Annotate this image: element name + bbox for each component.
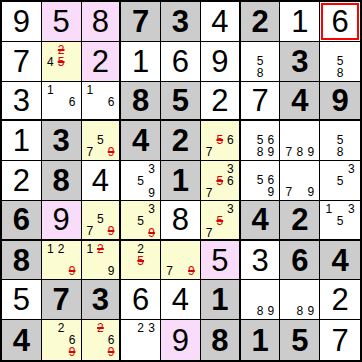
- pencil-mark-grid: 79: [280, 161, 319, 200]
- cell-r5c4[interactable]: 359: [121, 161, 161, 201]
- cell-r4c8[interactable]: 789: [280, 121, 320, 161]
- empty-candidate-slot: [346, 44, 357, 55]
- eliminated-candidate-9: 9: [106, 225, 117, 237]
- given-digit: 3: [291, 46, 308, 77]
- empty-candidate-slot: [67, 243, 78, 255]
- cell-r9c4[interactable]: 23: [121, 320, 161, 360]
- empty-candidate-slot: [56, 334, 67, 346]
- candidate-2: 2: [56, 322, 67, 334]
- empty-candidate-slot: [175, 265, 186, 277]
- solved-digit: 2: [92, 46, 109, 77]
- empty-candidate-slot: [244, 134, 255, 146]
- empty-candidate-slot: [255, 44, 266, 55]
- empty-candidate-slot: [56, 255, 67, 266]
- cell-r1c4[interactable]: 7: [121, 2, 161, 42]
- candidate-3: 3: [346, 163, 357, 175]
- cell-r2c3[interactable]: 2: [82, 42, 122, 82]
- pencil-mark-grid: 135: [320, 201, 360, 239]
- solved-digit: 6: [132, 284, 149, 315]
- eliminated-candidate-9: 9: [146, 227, 157, 239]
- candidate-8: 8: [255, 67, 266, 79]
- given-digit: 5: [291, 325, 308, 356]
- empty-candidate-slot: [294, 174, 305, 185]
- pencil-mark-grid: 79: [161, 241, 200, 280]
- empty-candidate-slot: [95, 108, 106, 118]
- cell-r3c9[interactable]: 9: [320, 82, 360, 122]
- cell-r6c3[interactable]: 579: [82, 201, 122, 241]
- empty-candidate-slot: [45, 96, 56, 108]
- candidate-2: 2: [135, 322, 146, 334]
- solved-digit: 5: [13, 284, 30, 315]
- empty-candidate-slot: [283, 305, 294, 317]
- candidate-1: 1: [45, 84, 56, 96]
- empty-candidate-slot: [85, 108, 96, 118]
- solved-digit: 5: [53, 6, 70, 37]
- cell-r1c3[interactable]: 8: [82, 2, 122, 42]
- empty-candidate-slot: [244, 294, 255, 305]
- cell-r7c8[interactable]: 6: [280, 241, 320, 281]
- candidate-8: 8: [334, 146, 345, 158]
- solved-digit: 2: [211, 85, 228, 116]
- solved-digit: 1: [291, 6, 308, 37]
- pencil-mark-grid: 58: [241, 42, 280, 81]
- cell-r4c2[interactable]: 3: [42, 121, 82, 161]
- pencil-mark-grid: 129: [82, 241, 120, 280]
- cell-r3c8[interactable]: 4: [280, 82, 320, 122]
- cell-r2c6[interactable]: 9: [201, 42, 241, 82]
- cell-r4c6[interactable]: 567: [201, 121, 241, 161]
- empty-candidate-slot: [124, 243, 135, 255]
- candidate-3: 3: [146, 322, 157, 334]
- pencil-mark-grid: 245: [42, 42, 81, 81]
- solved-digit: 5: [211, 245, 228, 276]
- empty-candidate-slot: [346, 67, 357, 79]
- empty-candidate-slot: [106, 108, 117, 118]
- empty-candidate-slot: [294, 163, 305, 174]
- cell-r3c2[interactable]: 16: [42, 82, 82, 122]
- eliminated-candidate-2: 2: [95, 322, 106, 334]
- given-digit: 8: [132, 85, 149, 116]
- cell-r4c4[interactable]: 4: [121, 121, 161, 161]
- cell-r9c3[interactable]: 269: [82, 320, 122, 360]
- candidate-7: 7: [164, 265, 175, 277]
- candidate-7: 7: [204, 187, 215, 199]
- empty-candidate-slot: [334, 227, 345, 237]
- empty-candidate-slot: [56, 108, 67, 118]
- empty-candidate-slot: [85, 322, 96, 334]
- empty-candidate-slot: [305, 163, 316, 174]
- empty-candidate-slot: [244, 123, 255, 134]
- candidate-6: 6: [225, 175, 236, 187]
- empty-candidate-slot: [146, 267, 157, 278]
- pencil-mark-grid: 25: [121, 241, 160, 280]
- pencil-mark-grid: 89: [241, 280, 280, 319]
- empty-candidate-slot: [124, 346, 135, 358]
- given-digit: 8: [13, 245, 30, 276]
- cell-r1c2[interactable]: 5: [42, 2, 82, 42]
- empty-candidate-slot: [95, 225, 106, 237]
- cell-r8c5[interactable]: 4: [161, 280, 201, 320]
- empty-candidate-slot: [85, 346, 96, 358]
- cell-r7c9[interactable]: 4: [320, 241, 360, 281]
- given-digit: 1: [211, 284, 228, 315]
- empty-candidate-slot: [85, 334, 96, 346]
- given-digit: 4: [251, 204, 268, 235]
- candidate-8: 8: [255, 146, 266, 158]
- candidate-9: 9: [266, 305, 277, 317]
- solved-digit: 4: [211, 6, 228, 37]
- candidate-9: 9: [305, 146, 316, 158]
- eliminated-candidate-5: 5: [135, 255, 146, 267]
- empty-candidate-slot: [305, 282, 316, 293]
- cell-r6c6[interactable]: 357: [201, 201, 241, 241]
- solved-digit: 7: [331, 325, 348, 356]
- empty-candidate-slot: [146, 243, 157, 255]
- empty-candidate-slot: [135, 346, 146, 358]
- candidate-7: 7: [204, 227, 215, 239]
- pencil-mark-grid: 58: [320, 42, 360, 81]
- empty-candidate-slot: [95, 334, 106, 346]
- cell-r4c7[interactable]: 5689: [241, 121, 281, 161]
- cell-r8c2[interactable]: 7: [42, 280, 82, 320]
- empty-candidate-slot: [244, 44, 255, 55]
- cell-r8c7[interactable]: 89: [241, 280, 281, 320]
- candidate-5: 5: [95, 213, 106, 225]
- cell-r5c9[interactable]: 35: [320, 161, 360, 201]
- empty-candidate-slot: [255, 282, 266, 293]
- cell-r7c4[interactable]: 25: [121, 241, 161, 281]
- empty-candidate-slot: [124, 175, 135, 187]
- empty-candidate-slot: [225, 146, 236, 158]
- empty-candidate-slot: [266, 67, 277, 79]
- cell-r7c1[interactable]: 8: [2, 241, 42, 281]
- empty-candidate-slot: [323, 55, 334, 67]
- solved-digit: 9: [13, 6, 30, 37]
- empty-candidate-slot: [45, 44, 56, 56]
- cell-r2c8[interactable]: 3: [280, 42, 320, 82]
- candidate-1: 1: [323, 203, 334, 215]
- given-digit: 1: [251, 325, 268, 356]
- solved-digit: 4: [172, 284, 189, 315]
- given-digit: 9: [331, 85, 348, 116]
- solved-digit: 2: [13, 165, 30, 196]
- empty-candidate-slot: [186, 243, 197, 254]
- cell-r9c9[interactable]: 7: [320, 320, 360, 360]
- empty-candidate-slot: [135, 334, 146, 346]
- empty-candidate-slot: [244, 174, 255, 186]
- empty-candidate-slot: [135, 187, 146, 199]
- pencil-mark-grid: 5689: [241, 121, 280, 160]
- candidate-5: 5: [135, 215, 146, 227]
- empty-candidate-slot: [283, 294, 294, 305]
- pencil-mark-grid: 58: [320, 121, 360, 160]
- empty-candidate-slot: [146, 346, 157, 358]
- candidate-8: 8: [334, 67, 345, 79]
- cell-r6c1[interactable]: 6: [2, 201, 42, 241]
- cell-r8c9[interactable]: 2: [320, 280, 360, 320]
- empty-candidate-slot: [225, 215, 236, 227]
- cell-r4c9[interactable]: 58: [320, 121, 360, 161]
- empty-candidate-slot: [124, 203, 135, 215]
- empty-candidate-slot: [85, 255, 96, 266]
- empty-candidate-slot: [323, 146, 334, 158]
- given-digit: 4: [13, 325, 30, 356]
- empty-candidate-slot: [56, 265, 67, 277]
- empty-candidate-slot: [95, 265, 106, 277]
- cell-r3c1[interactable]: 3: [2, 82, 42, 122]
- pencil-mark-grid: 129: [42, 241, 81, 280]
- cell-r2c7[interactable]: 58: [241, 42, 281, 82]
- candidate-5: 5: [255, 174, 266, 186]
- empty-candidate-slot: [56, 84, 67, 96]
- empty-candidate-slot: [204, 123, 215, 134]
- cell-r3c5[interactable]: 5: [161, 82, 201, 122]
- empty-candidate-slot: [67, 44, 78, 56]
- cell-r4c1[interactable]: 1: [2, 121, 42, 161]
- candidate-2: 2: [56, 243, 67, 255]
- given-digit: 2: [251, 6, 268, 37]
- cell-r9c7[interactable]: 1: [241, 320, 281, 360]
- given-digit: 8: [211, 325, 228, 356]
- pencil-mark-grid: 16: [42, 82, 81, 120]
- empty-candidate-slot: [45, 108, 56, 118]
- empty-candidate-slot: [244, 55, 255, 67]
- empty-candidate-slot: [323, 175, 334, 187]
- eliminated-candidate-9: 9: [106, 346, 117, 358]
- cell-r6c2[interactable]: 9: [42, 201, 82, 241]
- pencil-mark-grid: 567: [201, 121, 239, 160]
- candidate-8: 8: [255, 305, 266, 317]
- empty-candidate-slot: [225, 187, 236, 199]
- empty-candidate-slot: [85, 123, 96, 134]
- given-digit: 4: [291, 85, 308, 116]
- pencil-mark-grid: 579: [82, 121, 120, 160]
- cell-r7c5[interactable]: 79: [161, 241, 201, 281]
- pencil-mark-grid: 359: [121, 201, 160, 239]
- cell-r8c8[interactable]: 89: [280, 280, 320, 320]
- cell-r5c3[interactable]: 4: [82, 161, 122, 201]
- candidate-7: 7: [85, 146, 96, 158]
- cell-r5c8[interactable]: 79: [280, 161, 320, 201]
- cell-r9c5[interactable]: 9: [161, 320, 201, 360]
- empty-candidate-slot: [95, 96, 106, 108]
- pencil-mark-grid: 35: [320, 161, 360, 200]
- empty-candidate-slot: [175, 243, 186, 254]
- empty-candidate-slot: [95, 255, 106, 266]
- empty-candidate-slot: [175, 254, 186, 265]
- empty-candidate-slot: [164, 243, 175, 254]
- cell-r1c5[interactable]: 3: [161, 2, 201, 42]
- empty-candidate-slot: [56, 346, 67, 358]
- solved-digit: 3: [251, 245, 268, 276]
- eliminated-candidate-2: 2: [95, 243, 106, 255]
- solved-digit: 1: [132, 46, 149, 77]
- empty-candidate-slot: [346, 187, 357, 198]
- cell-r5c1[interactable]: 2: [2, 161, 42, 201]
- cell-r6c8[interactable]: 2: [280, 201, 320, 241]
- pencil-mark-grid: 359: [121, 161, 160, 200]
- empty-candidate-slot: [225, 227, 236, 239]
- cell-r6c5[interactable]: 8: [161, 201, 201, 241]
- solved-digit: 6: [331, 6, 348, 37]
- candidate-6: 6: [106, 96, 117, 108]
- cell-r4c5[interactable]: 2: [161, 121, 201, 161]
- solved-digit: 7: [251, 85, 268, 116]
- candidate-7: 7: [283, 186, 294, 198]
- cell-r9c8[interactable]: 5: [280, 320, 320, 360]
- empty-candidate-slot: [67, 84, 78, 96]
- empty-candidate-slot: [266, 282, 277, 293]
- empty-candidate-slot: [244, 282, 255, 293]
- empty-candidate-slot: [346, 215, 357, 227]
- cell-r7c2[interactable]: 129: [42, 241, 82, 281]
- cell-r3c6[interactable]: 2: [201, 82, 241, 122]
- empty-candidate-slot: [95, 146, 106, 158]
- empty-candidate-slot: [346, 55, 357, 67]
- cell-r1c7[interactable]: 2: [241, 2, 281, 42]
- pencil-mark-grid: 579: [82, 201, 120, 239]
- empty-candidate-slot: [214, 187, 225, 199]
- empty-candidate-slot: [266, 55, 277, 67]
- cell-r9c2[interactable]: 269: [42, 320, 82, 360]
- cell-r4c3[interactable]: 579: [82, 121, 122, 161]
- empty-candidate-slot: [124, 163, 135, 175]
- empty-candidate-slot: [67, 68, 78, 79]
- eliminated-candidate-5: 5: [214, 215, 225, 227]
- empty-candidate-slot: [323, 123, 334, 134]
- cell-r8c3[interactable]: 3: [82, 280, 122, 320]
- candidate-9: 9: [106, 265, 117, 277]
- empty-candidate-slot: [214, 146, 225, 158]
- given-digit: 7: [53, 284, 70, 315]
- empty-candidate-slot: [346, 134, 357, 146]
- cell-r1c1[interactable]: 9: [2, 2, 42, 42]
- cell-r2c9[interactable]: 58: [320, 42, 360, 82]
- sudoku-board: 9587342167245216958358316168527491357942…: [0, 0, 362, 362]
- candidate-9: 9: [305, 305, 316, 317]
- empty-candidate-slot: [334, 44, 345, 55]
- given-digit: 3: [172, 6, 189, 37]
- candidate-9: 9: [266, 186, 277, 198]
- cell-r8c6[interactable]: 1: [201, 280, 241, 320]
- given-digit: 2: [291, 204, 308, 235]
- empty-candidate-slot: [294, 186, 305, 198]
- empty-candidate-slot: [346, 146, 357, 158]
- given-digit: 7: [132, 6, 149, 37]
- candidate-6: 6: [225, 134, 236, 146]
- candidate-9: 9: [305, 186, 316, 198]
- given-digit: 8: [53, 165, 70, 196]
- empty-candidate-slot: [106, 84, 117, 96]
- candidate-1: 1: [45, 243, 56, 255]
- empty-candidate-slot: [346, 175, 357, 187]
- empty-candidate-slot: [283, 282, 294, 293]
- solved-digit: 3: [13, 85, 30, 116]
- cell-r8c1[interactable]: 5: [2, 280, 42, 320]
- eliminated-candidate-9: 9: [106, 146, 117, 158]
- given-digit: 6: [291, 245, 308, 276]
- eliminated-candidate-5: 5: [56, 56, 67, 68]
- eliminated-candidate-5: 5: [214, 175, 225, 187]
- solved-digit: 7: [13, 46, 30, 77]
- cell-r7c3[interactable]: 129: [82, 241, 122, 281]
- empty-candidate-slot: [124, 322, 135, 334]
- cell-r2c1[interactable]: 7: [2, 42, 42, 82]
- cell-r2c2[interactable]: 245: [42, 42, 82, 82]
- cell-r5c5[interactable]: 1: [161, 161, 201, 201]
- cell-r3c3[interactable]: 16: [82, 82, 122, 122]
- empty-candidate-slot: [106, 123, 117, 134]
- eliminated-candidate-2: 2: [56, 44, 67, 56]
- empty-candidate-slot: [45, 265, 56, 277]
- empty-candidate-slot: [45, 346, 56, 358]
- pencil-mark-grid: 23: [121, 320, 160, 360]
- empty-candidate-slot: [244, 163, 255, 174]
- empty-candidate-slot: [244, 146, 255, 158]
- pencil-mark-grid: 16: [82, 82, 120, 120]
- empty-candidate-slot: [85, 203, 96, 213]
- given-digit: 4: [132, 125, 149, 156]
- empty-candidate-slot: [106, 203, 117, 213]
- empty-candidate-slot: [334, 187, 345, 198]
- candidate-3: 3: [146, 203, 157, 215]
- empty-candidate-slot: [323, 187, 334, 198]
- candidate-7: 7: [204, 146, 215, 158]
- cell-r3c4[interactable]: 8: [121, 82, 161, 122]
- cell-r5c7[interactable]: 569: [241, 161, 281, 201]
- candidate-5: 5: [334, 175, 345, 187]
- cell-r1c9[interactable]: 6: [320, 2, 360, 42]
- cell-r1c6[interactable]: 4: [201, 2, 241, 42]
- cell-r2c5[interactable]: 6: [161, 42, 201, 82]
- empty-candidate-slot: [124, 227, 135, 239]
- candidate-8: 8: [294, 146, 305, 158]
- empty-candidate-slot: [244, 67, 255, 79]
- cell-r3c7[interactable]: 7: [241, 82, 281, 122]
- given-digit: 3: [92, 284, 109, 315]
- cell-r9c1[interactable]: 4: [2, 320, 42, 360]
- cell-r7c7[interactable]: 3: [241, 241, 281, 281]
- empty-candidate-slot: [323, 134, 334, 146]
- cell-r1c8[interactable]: 1: [280, 2, 320, 42]
- solved-digit: 1: [13, 125, 30, 156]
- cell-r6c9[interactable]: 135: [320, 201, 360, 241]
- pencil-mark-grid: 789: [280, 121, 319, 160]
- candidate-5: 5: [334, 55, 345, 67]
- empty-candidate-slot: [244, 186, 255, 198]
- empty-candidate-slot: [323, 44, 334, 55]
- empty-candidate-slot: [124, 215, 135, 227]
- cell-r6c4[interactable]: 359: [121, 201, 161, 241]
- empty-candidate-slot: [67, 56, 78, 68]
- pencil-mark-grid: 269: [42, 320, 81, 360]
- solved-digit: 8: [92, 6, 109, 37]
- eliminated-candidate-9: 9: [67, 265, 78, 277]
- given-digit: 6: [13, 204, 30, 235]
- given-digit: 2: [172, 125, 189, 156]
- cell-r6c7[interactable]: 4: [241, 201, 281, 241]
- candidate-8: 8: [294, 305, 305, 317]
- cell-r8c4[interactable]: 6: [121, 280, 161, 320]
- cell-r7c6[interactable]: 5: [201, 241, 241, 281]
- empty-candidate-slot: [283, 123, 294, 134]
- cell-r2c4[interactable]: 1: [121, 42, 161, 82]
- cell-r5c2[interactable]: 8: [42, 161, 82, 201]
- cell-r5c6[interactable]: 3567: [201, 161, 241, 201]
- pencil-mark-grid: 89: [280, 280, 319, 319]
- eliminated-candidate-9: 9: [186, 265, 197, 277]
- cell-r9c6[interactable]: 8: [201, 320, 241, 360]
